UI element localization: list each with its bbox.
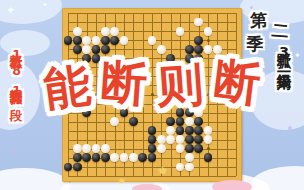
grid-line <box>68 113 236 114</box>
stone-black <box>194 117 203 126</box>
star-icon: ★ <box>158 166 167 176</box>
stone-black <box>73 163 82 172</box>
season-char: 第 <box>250 9 267 32</box>
stone-black <box>82 153 91 162</box>
stone-black <box>176 108 185 117</box>
stone-white <box>110 117 119 126</box>
stone-white <box>110 153 119 162</box>
stone-black <box>64 163 73 172</box>
stone-black <box>185 126 194 135</box>
stone-white <box>82 144 91 153</box>
season-char: 二 <box>271 19 290 43</box>
stone-white <box>166 135 175 144</box>
stone-white <box>176 163 185 172</box>
stone-white <box>82 36 91 45</box>
stone-black <box>101 45 110 54</box>
stone-black <box>92 45 101 54</box>
stone-white <box>166 126 175 135</box>
stone-white <box>176 135 185 144</box>
stone-white <box>194 108 203 117</box>
stone-black <box>92 54 101 63</box>
stone-black <box>82 54 91 63</box>
stone-black <box>166 117 175 126</box>
cloud-decoration <box>0 168 70 190</box>
cloud-decoration <box>250 166 304 190</box>
stone-white <box>73 144 82 153</box>
stone-black <box>138 153 147 162</box>
stone-white <box>101 27 110 36</box>
stone-black <box>129 117 138 126</box>
stone-white <box>157 45 166 54</box>
sparkle-icon: ✦ <box>6 5 15 16</box>
stone-white <box>185 99 194 108</box>
stone-black <box>148 126 157 135</box>
stone-white <box>129 153 138 162</box>
pink-paw-decoration <box>212 180 252 190</box>
stone-white <box>176 144 185 153</box>
stone-black <box>194 54 203 63</box>
grid-line <box>68 104 236 105</box>
stone-white <box>148 36 157 45</box>
pink-paw-decoration <box>132 184 162 190</box>
hoshi-dot <box>207 93 210 96</box>
stone-black <box>185 54 194 63</box>
stone-black <box>185 108 194 117</box>
stone-black <box>110 36 119 45</box>
stone-black <box>73 153 82 162</box>
stone-white <box>157 135 166 144</box>
left-banner: 从野狐18级到野狐1段 <box>7 44 24 100</box>
stone-black <box>148 135 157 144</box>
stone-black <box>176 126 185 135</box>
stone-black <box>194 126 203 135</box>
stone-black <box>73 45 82 54</box>
stone-white <box>185 153 194 162</box>
stone-black <box>82 108 91 117</box>
grid-line <box>236 13 237 176</box>
stone-black <box>194 45 203 54</box>
sparkle-icon: ✦ <box>42 2 48 9</box>
hoshi-dot <box>207 147 210 150</box>
stone-white <box>204 126 213 135</box>
stone-white <box>194 99 203 108</box>
stone-black <box>194 144 203 153</box>
go-board <box>62 8 242 182</box>
grid-line <box>227 13 228 176</box>
stone-black <box>73 36 82 45</box>
stone-white <box>157 144 166 153</box>
stone-white <box>120 36 129 45</box>
grid-line <box>217 13 218 176</box>
grid-line <box>68 167 236 168</box>
stone-white <box>73 27 82 36</box>
stone-black <box>185 144 194 153</box>
season-char: 季 <box>246 33 263 56</box>
stone-black <box>148 153 157 162</box>
stone-white <box>194 18 203 27</box>
stone-black <box>157 99 166 108</box>
stone-black <box>204 153 213 162</box>
stone-black <box>185 45 194 54</box>
stone-black <box>176 117 185 126</box>
stone-black <box>185 135 194 144</box>
hoshi-dot <box>95 93 98 96</box>
grid-line <box>171 13 172 176</box>
cloud-decoration <box>250 70 304 130</box>
stone-white <box>176 27 185 36</box>
stone-white <box>110 27 119 36</box>
stone-white <box>185 117 194 126</box>
stone-white <box>92 144 101 153</box>
dot-decoration <box>288 126 292 130</box>
hoshi-dot <box>207 39 210 42</box>
stone-white <box>101 144 110 153</box>
grid-line <box>68 176 236 177</box>
stone-black <box>166 54 175 63</box>
grid-line <box>68 122 236 123</box>
stone-white <box>204 45 213 54</box>
stone-black <box>101 36 110 45</box>
stone-white <box>185 163 194 172</box>
stone-white <box>120 153 129 162</box>
stone-white <box>92 36 101 45</box>
right-banner: 野狐3级第十一局 <box>274 42 293 66</box>
stone-black <box>194 36 203 45</box>
thumbnail: 能 断 则 断 从野狐18级到野狐1段 第 二 季 野狐3级第十一局 ✦ ✦ ✦… <box>0 0 304 190</box>
stone-white <box>204 27 213 36</box>
stone-black <box>120 108 129 117</box>
hoshi-dot <box>151 93 154 96</box>
stone-black <box>194 135 203 144</box>
stone-white <box>204 135 213 144</box>
stone-black <box>64 36 73 45</box>
dot-decoration <box>12 148 16 152</box>
stone-black <box>101 153 110 162</box>
stone-white <box>213 45 222 54</box>
star-icon: ★ <box>118 178 125 186</box>
stone-black <box>92 153 101 162</box>
stone-white <box>82 45 91 54</box>
stone-black <box>148 144 157 153</box>
